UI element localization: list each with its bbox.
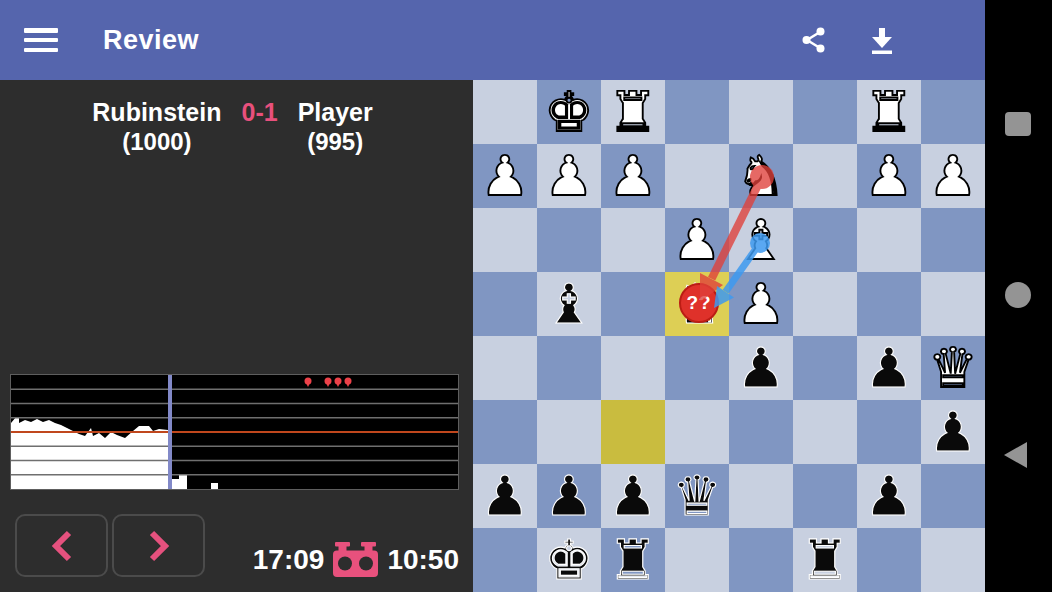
- black-player: Player (995): [298, 98, 373, 156]
- board-square[interactable]: [921, 208, 985, 272]
- black-piece: ♝: [537, 272, 601, 336]
- black-player-name: Player: [298, 98, 373, 127]
- white-piece: ♟: [857, 144, 921, 208]
- back-button[interactable]: [1004, 442, 1027, 468]
- chevron-right-icon: [146, 529, 172, 563]
- white-player: Rubinstein (1000): [92, 98, 221, 156]
- white-clock: 17:09: [253, 544, 325, 576]
- board-square[interactable]: ♟: [857, 464, 921, 528]
- board-square[interactable]: ♚: [537, 80, 601, 144]
- board-square[interactable]: ♞??: [665, 272, 729, 336]
- board-square[interactable]: ♟: [857, 144, 921, 208]
- board-square[interactable]: [537, 336, 601, 400]
- screen: Review: [0, 0, 1052, 592]
- previous-move-button[interactable]: [15, 514, 108, 577]
- board-square[interactable]: ♟: [729, 272, 793, 336]
- board-square[interactable]: ♟: [601, 144, 665, 208]
- board-square[interactable]: [665, 80, 729, 144]
- board-square[interactable]: [921, 80, 985, 144]
- black-piece: ♚: [537, 528, 601, 592]
- black-piece: ♛: [665, 464, 729, 528]
- board-square[interactable]: ♟: [473, 144, 537, 208]
- board-square[interactable]: ♟: [729, 336, 793, 400]
- board-square[interactable]: [857, 528, 921, 592]
- board-square[interactable]: [921, 464, 985, 528]
- board-square[interactable]: [857, 272, 921, 336]
- board-square[interactable]: [601, 272, 665, 336]
- board-square[interactable]: [473, 336, 537, 400]
- board-square[interactable]: [793, 400, 857, 464]
- android-navigation-bar: [985, 0, 1052, 592]
- appbar-actions: [799, 25, 897, 55]
- black-piece: ♟: [921, 400, 985, 464]
- white-piece: ♟: [473, 144, 537, 208]
- board-square[interactable]: [857, 208, 921, 272]
- black-piece: ♜: [793, 528, 857, 592]
- board-square[interactable]: ♟: [921, 144, 985, 208]
- board-square[interactable]: ♟: [601, 464, 665, 528]
- white-piece: ♜: [857, 80, 921, 144]
- white-piece: ♟: [537, 144, 601, 208]
- white-player-name: Rubinstein: [92, 98, 221, 127]
- board-square[interactable]: [921, 528, 985, 592]
- board-square[interactable]: [857, 400, 921, 464]
- black-piece: ♞: [665, 272, 729, 336]
- board-square[interactable]: ♟: [537, 464, 601, 528]
- board-square[interactable]: ♚: [537, 528, 601, 592]
- black-piece: ♟: [537, 464, 601, 528]
- black-piece: ♜: [601, 528, 665, 592]
- board-square[interactable]: [665, 400, 729, 464]
- white-piece: ♟: [665, 208, 729, 272]
- board-square[interactable]: [601, 208, 665, 272]
- evaluation-graph[interactable]: [11, 375, 458, 489]
- board-square[interactable]: ♜: [601, 528, 665, 592]
- white-piece: ♟: [921, 144, 985, 208]
- board-square[interactable]: ♟: [665, 208, 729, 272]
- page-title: Review: [103, 25, 199, 56]
- board-square[interactable]: [537, 208, 601, 272]
- recents-button[interactable]: [1005, 112, 1031, 136]
- board-square[interactable]: [665, 144, 729, 208]
- board-square[interactable]: [473, 528, 537, 592]
- chess-board: ♚♜♜♟♟♟♞♟♟♟♝♝♞??♟♟♟♛♟♟♟♟♛♟♚♜♜: [473, 80, 985, 592]
- menu-icon[interactable]: [24, 28, 58, 52]
- board-square[interactable]: [793, 464, 857, 528]
- board-square[interactable]: [473, 208, 537, 272]
- board-square[interactable]: [793, 144, 857, 208]
- board-square[interactable]: [537, 400, 601, 464]
- board-square[interactable]: [601, 336, 665, 400]
- board-square[interactable]: ♛: [921, 336, 985, 400]
- board-square[interactable]: ♜: [857, 80, 921, 144]
- board-square[interactable]: [473, 400, 537, 464]
- board-square[interactable]: [729, 400, 793, 464]
- board-square[interactable]: ♟: [473, 464, 537, 528]
- clock-times: 17:09 10:50: [253, 542, 459, 577]
- white-piece: ♟: [601, 144, 665, 208]
- board-square[interactable]: [473, 272, 537, 336]
- app-bar: Review: [0, 0, 985, 80]
- white-piece: ♟: [729, 272, 793, 336]
- board-square[interactable]: ♟: [857, 336, 921, 400]
- black-piece: ♟: [857, 464, 921, 528]
- white-piece: ♞: [729, 144, 793, 208]
- chevron-left-icon: [49, 529, 75, 563]
- board-square[interactable]: [601, 400, 665, 464]
- board-square[interactable]: ♛: [665, 464, 729, 528]
- players-header: Rubinstein (1000) 0-1 Player (995): [0, 98, 469, 156]
- white-piece: ♛: [921, 336, 985, 400]
- review-panel: Rubinstein (1000) 0-1 Player (995): [0, 80, 473, 592]
- blunder-badge: ??: [679, 283, 719, 323]
- black-clock: 10:50: [387, 544, 459, 576]
- board-square[interactable]: [729, 80, 793, 144]
- chess-clock-icon: [333, 542, 378, 577]
- share-icon[interactable]: [799, 25, 829, 55]
- board-square[interactable]: [793, 208, 857, 272]
- board-square[interactable]: [665, 528, 729, 592]
- board-square[interactable]: [793, 80, 857, 144]
- white-piece: ♜: [601, 80, 665, 144]
- white-piece: ♚: [537, 80, 601, 144]
- home-button[interactable]: [1005, 282, 1031, 308]
- game-result: 0-1: [235, 98, 283, 127]
- board-square[interactable]: [921, 272, 985, 336]
- next-move-button[interactable]: [112, 514, 205, 577]
- white-player-rating: (1000): [122, 127, 191, 156]
- board-square[interactable]: [729, 528, 793, 592]
- black-piece: ♟: [473, 464, 537, 528]
- board-square[interactable]: [665, 336, 729, 400]
- black-player-rating: (995): [307, 127, 363, 156]
- board-square[interactable]: ♞: [729, 144, 793, 208]
- board-square[interactable]: [729, 464, 793, 528]
- black-piece: ♟: [729, 336, 793, 400]
- board-square[interactable]: [473, 80, 537, 144]
- download-icon[interactable]: [867, 25, 897, 55]
- board-square[interactable]: [793, 336, 857, 400]
- board-square[interactable]: ♟: [921, 400, 985, 464]
- board-square[interactable]: ♝: [729, 208, 793, 272]
- black-piece: ♟: [857, 336, 921, 400]
- board-square[interactable]: [793, 272, 857, 336]
- board-square[interactable]: ♟: [537, 144, 601, 208]
- board-square[interactable]: ♜: [601, 80, 665, 144]
- board-square[interactable]: ♝: [537, 272, 601, 336]
- move-controls: [15, 514, 205, 577]
- black-piece: ♟: [601, 464, 665, 528]
- white-piece: ♝: [729, 208, 793, 272]
- board-square[interactable]: ♜: [793, 528, 857, 592]
